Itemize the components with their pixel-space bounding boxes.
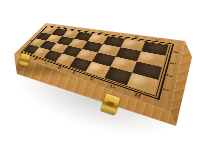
chess-box-photo: ABCDEFGH ABCDEFGH 4321 4321 xyxy=(0,0,200,150)
